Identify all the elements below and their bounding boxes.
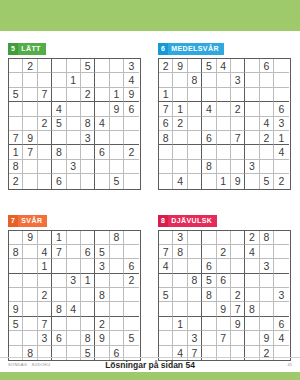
sudoku-cell (245, 145, 259, 159)
sudoku-cell: 7 (9, 131, 23, 145)
sudoku-cell: 6 (124, 259, 138, 273)
sudoku-cell (274, 231, 288, 245)
sudoku-cell: 2 (38, 288, 52, 302)
sudoku-cell (52, 131, 66, 145)
sudoku-cell (9, 231, 23, 245)
sudoku-cell (231, 145, 245, 159)
sudoku-cell (173, 131, 187, 145)
sudoku-cell: 6 (159, 117, 173, 131)
sudoku-cell: 8 (110, 231, 124, 245)
sudoku-cell: 1 (159, 88, 173, 102)
sudoku-cell: 2 (260, 131, 274, 145)
sudoku-cell: 4 (260, 117, 274, 131)
sudoku-board-medelsvar: 295468317142662438672148341952 (158, 58, 291, 190)
sudoku-cell: 3 (67, 160, 81, 174)
sudoku-cell (52, 59, 66, 73)
sudoku-cell (188, 231, 202, 245)
sudoku-cell: 7 (231, 131, 245, 145)
difficulty-number: 8 (158, 215, 168, 227)
sudoku-cell: 8 (260, 231, 274, 245)
sudoku-cell: 5 (202, 59, 216, 73)
sudoku-cell: 5 (110, 174, 124, 188)
sudoku-cell (173, 73, 187, 87)
sudoku-cell: 2 (9, 174, 23, 188)
sudoku-cell (52, 160, 66, 174)
sudoku-cell (124, 160, 138, 174)
sudoku-cell: 4 (274, 331, 288, 345)
sudoku-cell (202, 117, 216, 131)
sudoku-cell (124, 288, 138, 302)
sudoku-cell (159, 317, 173, 331)
sudoku-cell (67, 259, 81, 273)
sudoku-cell: 1 (52, 231, 66, 245)
solutions-reference-text: Lösningar på sidan 54 (0, 360, 300, 370)
sudoku-cell: 9 (23, 131, 37, 145)
sudoku-cell: 4 (38, 245, 52, 259)
sudoku-cell (274, 259, 288, 273)
sudoku-cell: 8 (188, 73, 202, 87)
sudoku-cell (260, 160, 274, 174)
sudoku-cell: 5 (9, 88, 23, 102)
sudoku-cell: 6 (95, 145, 109, 159)
sudoku-cell (110, 117, 124, 131)
sudoku-cell (110, 245, 124, 259)
sudoku-cell: 4 (217, 59, 231, 73)
sudoku-cell: 2 (95, 317, 109, 331)
sudoku-cell: 3 (124, 59, 138, 73)
sudoku-cell (67, 174, 81, 188)
sudoku-cell (202, 245, 216, 259)
sudoku-cell (217, 131, 231, 145)
sudoku-cell: 6 (52, 174, 66, 188)
difficulty-badge-djavulsk: 8 DJÄVULSK (158, 215, 217, 227)
difficulty-label: LÄTT (18, 43, 45, 55)
sudoku-cell (260, 245, 274, 259)
sudoku-cell (67, 131, 81, 145)
sudoku-cell (231, 160, 245, 174)
sudoku-cell: 7 (159, 245, 173, 259)
sudoku-cell (38, 302, 52, 316)
sudoku-cell (188, 88, 202, 102)
sudoku-cell: 5 (95, 245, 109, 259)
sudoku-cell (159, 160, 173, 174)
sudoku-cell (9, 274, 23, 288)
sudoku-cell: 6 (274, 102, 288, 116)
sudoku-cell: 6 (202, 131, 216, 145)
sudoku-cell (23, 88, 37, 102)
sudoku-cell (67, 245, 81, 259)
sudoku-cell (217, 145, 231, 159)
sudoku-cell (188, 145, 202, 159)
sudoku-cell (23, 245, 37, 259)
sudoku-cell (124, 174, 138, 188)
sudoku-cell (173, 288, 187, 302)
sudoku-cell (159, 331, 173, 345)
difficulty-label: DJÄVULSK (168, 215, 217, 227)
sudoku-cell (188, 288, 202, 302)
sudoku-cell: 4 (274, 145, 288, 159)
sudoku-cell (245, 259, 259, 273)
sudoku-cell (245, 274, 259, 288)
sudoku-cell (231, 259, 245, 273)
sudoku-cell: 2 (124, 145, 138, 159)
puzzle-latt: 5 LÄTT 253145721949625847931786283265 (8, 37, 141, 190)
sudoku-cell: 3 (231, 73, 245, 87)
sudoku-cell: 4 (245, 245, 259, 259)
sudoku-cell: 3 (274, 117, 288, 131)
sudoku-cell: 4 (124, 73, 138, 87)
sudoku-cell (159, 274, 173, 288)
sudoku-cell (110, 302, 124, 316)
sudoku-cell: 5 (9, 317, 23, 331)
sudoku-cell (23, 317, 37, 331)
sudoku-cell (95, 73, 109, 87)
sudoku-cell (173, 331, 187, 345)
sudoku-cell (38, 274, 52, 288)
sudoku-cell (110, 274, 124, 288)
sudoku-cell (217, 259, 231, 273)
sudoku-cell (38, 131, 52, 145)
sudoku-cell (95, 160, 109, 174)
sudoku-cell (95, 302, 109, 316)
sudoku-cell: 2 (217, 245, 231, 259)
sudoku-cell (245, 88, 259, 102)
sudoku-cell (202, 231, 216, 245)
difficulty-number: 5 (8, 43, 18, 55)
sudoku-cell (217, 88, 231, 102)
page-footer: SÖNDAG · SUDOKU Lösningar på sidan 54 41 (0, 357, 300, 372)
sudoku-cell (81, 145, 95, 159)
sudoku-cell: 1 (67, 73, 81, 87)
sudoku-cell: 7 (52, 245, 66, 259)
sudoku-cell (81, 259, 95, 273)
sudoku-cell (38, 174, 52, 188)
sudoku-cell: 1 (38, 259, 52, 273)
difficulty-badge-latt: 5 LÄTT (8, 43, 46, 55)
sudoku-cell (245, 117, 259, 131)
sudoku-cell (110, 160, 124, 174)
sudoku-cell: 6 (81, 245, 95, 259)
sudoku-cell (110, 131, 124, 145)
sudoku-cell (95, 88, 109, 102)
sudoku-cell: 4 (173, 174, 187, 188)
sudoku-cell (110, 145, 124, 159)
sudoku-cell (67, 59, 81, 73)
sudoku-cell: 1 (173, 102, 187, 116)
sudoku-cell (202, 302, 216, 316)
sudoku-cell: 6 (260, 59, 274, 73)
sudoku-cell: 4 (67, 302, 81, 316)
sudoku-cell: 8 (202, 288, 216, 302)
sudoku-cell (159, 73, 173, 87)
sudoku-cell: 5 (81, 59, 95, 73)
sudoku-cell (188, 245, 202, 259)
sudoku-cell (188, 160, 202, 174)
sudoku-cell: 1 (217, 174, 231, 188)
sudoku-cell: 3 (173, 231, 187, 245)
sudoku-cell: 8 (81, 117, 95, 131)
sudoku-cell (124, 317, 138, 331)
puzzle-grid-area: 5 LÄTT 253145721949625847931786283265 6 … (8, 37, 292, 380)
sudoku-cell (81, 102, 95, 116)
sudoku-cell (95, 274, 109, 288)
sudoku-cell (9, 117, 23, 131)
sudoku-cell (23, 174, 37, 188)
difficulty-label: MEDELSVÅR (168, 43, 224, 55)
sudoku-cell (245, 288, 259, 302)
sudoku-cell: 9 (23, 231, 37, 245)
sudoku-cell (52, 274, 66, 288)
sudoku-cell: 8 (9, 245, 23, 259)
sudoku-cell (52, 73, 66, 87)
sudoku-cell: 5 (52, 117, 66, 131)
sudoku-cell: 8 (188, 274, 202, 288)
sudoku-cell (23, 274, 37, 288)
sudoku-cell (188, 102, 202, 116)
sudoku-cell (23, 302, 37, 316)
sudoku-cell: 3 (274, 288, 288, 302)
puzzle-medelsvar: 6 MEDELSVÅR 2954683171426624386721483419… (158, 37, 291, 190)
top-color-band (0, 0, 300, 31)
sudoku-cell (81, 317, 95, 331)
sudoku-cell: 9 (231, 317, 245, 331)
sudoku-cell (67, 88, 81, 102)
sudoku-cell (52, 88, 66, 102)
sudoku-cell (260, 88, 274, 102)
sudoku-cell: 9 (260, 331, 274, 345)
difficulty-label: SVÅR (18, 215, 47, 227)
sudoku-cell (217, 231, 231, 245)
sudoku-cell (110, 317, 124, 331)
sudoku-cell: 6 (217, 274, 231, 288)
sudoku-cell (274, 73, 288, 87)
sudoku-cell: 2 (173, 117, 187, 131)
sudoku-cell (245, 102, 259, 116)
sudoku-cell (274, 59, 288, 73)
sudoku-cell (231, 331, 245, 345)
sudoku-cell: 7 (217, 331, 231, 345)
sudoku-cell (231, 117, 245, 131)
sudoku-cell: 5 (124, 331, 138, 345)
sudoku-cell (110, 288, 124, 302)
sudoku-cell (38, 59, 52, 73)
sudoku-cell: 8 (173, 245, 187, 259)
sudoku-cell (95, 131, 109, 145)
sudoku-cell (260, 73, 274, 87)
sudoku-cell: 2 (245, 231, 259, 245)
puzzle-svar: 7 SVÅR 918847651363122898457236895856 (8, 209, 141, 362)
sudoku-cell (173, 160, 187, 174)
sudoku-cell: 4 (95, 117, 109, 131)
sudoku-cell: 7 (23, 145, 37, 159)
sudoku-cell (260, 317, 274, 331)
sudoku-cell: 1 (274, 131, 288, 145)
sudoku-cell (124, 231, 138, 245)
sudoku-cell: 3 (95, 259, 109, 273)
magazine-sudoku-page: 5 LÄTT 253145721949625847931786283265 6 … (0, 0, 300, 380)
sudoku-cell (52, 288, 66, 302)
sudoku-cell (23, 259, 37, 273)
sudoku-cell (9, 288, 23, 302)
sudoku-cell (23, 331, 37, 345)
sudoku-cell (231, 88, 245, 102)
sudoku-cell (217, 73, 231, 87)
sudoku-cell (188, 131, 202, 145)
sudoku-cell (260, 102, 274, 116)
sudoku-cell: 8 (52, 145, 66, 159)
sudoku-cell: 7 (159, 102, 173, 116)
sudoku-cell: 9 (173, 59, 187, 73)
sudoku-cell: 5 (260, 174, 274, 188)
sudoku-cell: 5 (159, 288, 173, 302)
sudoku-cell: 2 (38, 117, 52, 131)
sudoku-cell (81, 288, 95, 302)
sudoku-cell (245, 331, 259, 345)
sudoku-cell (95, 231, 109, 245)
sudoku-cell: 2 (231, 102, 245, 116)
puzzle-djavulsk: 8 DJÄVULSK 32878244638565823978196379447… (158, 209, 291, 362)
sudoku-cell: 2 (81, 88, 95, 102)
sudoku-cell: 8 (159, 131, 173, 145)
sudoku-cell (110, 59, 124, 73)
sudoku-cell: 9 (110, 102, 124, 116)
sudoku-cell: 9 (95, 331, 109, 345)
sudoku-cell (188, 117, 202, 131)
sudoku-cell (274, 274, 288, 288)
sudoku-cell: 2 (159, 59, 173, 73)
sudoku-cell (231, 231, 245, 245)
sudoku-cell (159, 174, 173, 188)
sudoku-cell: 8 (9, 160, 23, 174)
sudoku-cell (38, 102, 52, 116)
sudoku-cell (173, 302, 187, 316)
difficulty-badge-medelsvar: 6 MEDELSVÅR (158, 43, 224, 55)
sudoku-cell (260, 288, 274, 302)
sudoku-cell: 3 (260, 259, 274, 273)
sudoku-cell: 4 (159, 259, 173, 273)
sudoku-cell (202, 145, 216, 159)
sudoku-cell (245, 59, 259, 73)
difficulty-number: 7 (8, 215, 18, 227)
sudoku-board-svar: 918847651363122898457236895856 (8, 230, 141, 362)
sudoku-cell (81, 231, 95, 245)
sudoku-cell (110, 259, 124, 273)
sudoku-cell: 4 (202, 102, 216, 116)
sudoku-cell (81, 174, 95, 188)
sudoku-cell (23, 102, 37, 116)
sudoku-cell (110, 331, 124, 345)
sudoku-cell (159, 231, 173, 245)
sudoku-cell (38, 145, 52, 159)
sudoku-cell: 5 (202, 274, 216, 288)
sudoku-cell: 2 (231, 288, 245, 302)
sudoku-cell (173, 88, 187, 102)
sudoku-cell (159, 145, 173, 159)
sudoku-cell (52, 259, 66, 273)
sudoku-cell (245, 131, 259, 145)
sudoku-cell (217, 160, 231, 174)
sudoku-cell (274, 160, 288, 174)
sudoku-cell (245, 174, 259, 188)
sudoku-cell (188, 174, 202, 188)
sudoku-cell (67, 102, 81, 116)
sudoku-cell (110, 73, 124, 87)
sudoku-cell: 4 (52, 102, 66, 116)
sudoku-cell (217, 102, 231, 116)
sudoku-cell (124, 245, 138, 259)
sudoku-cell (67, 317, 81, 331)
sudoku-board-djavulsk: 328782446385658239781963794472 (158, 230, 291, 362)
sudoku-cell: 9 (9, 302, 23, 316)
sudoku-cell: 1 (9, 145, 23, 159)
sudoku-cell: 6 (274, 317, 288, 331)
sudoku-cell (188, 302, 202, 316)
sudoku-cell: 1 (110, 88, 124, 102)
sudoku-cell (260, 145, 274, 159)
sudoku-cell (173, 145, 187, 159)
sudoku-cell: 3 (245, 160, 259, 174)
sudoku-cell (245, 317, 259, 331)
sudoku-cell (231, 274, 245, 288)
sudoku-cell (202, 174, 216, 188)
sudoku-cell: 3 (38, 331, 52, 345)
sudoku-cell (231, 245, 245, 259)
sudoku-cell: 8 (81, 331, 95, 345)
sudoku-cell (81, 73, 95, 87)
sudoku-cell (9, 73, 23, 87)
sudoku-cell: 7 (38, 88, 52, 102)
sudoku-cell: 8 (52, 302, 66, 316)
sudoku-cell: 3 (188, 331, 202, 345)
sudoku-cell (124, 302, 138, 316)
sudoku-cell: 2 (274, 174, 288, 188)
sudoku-cell (38, 73, 52, 87)
sudoku-cell (173, 259, 187, 273)
sudoku-cell (173, 274, 187, 288)
sudoku-cell (159, 302, 173, 316)
sudoku-cell: 2 (124, 274, 138, 288)
page-number: 41 (288, 362, 292, 367)
bottom-color-band (0, 372, 300, 380)
sudoku-cell (188, 259, 202, 273)
sudoku-cell (217, 317, 231, 331)
sudoku-cell: 9 (217, 302, 231, 316)
sudoku-cell: 8 (202, 160, 216, 174)
sudoku-cell (23, 160, 37, 174)
sudoku-cell: 8 (245, 302, 259, 316)
sudoku-cell (9, 59, 23, 73)
sudoku-cell (245, 73, 259, 87)
sudoku-cell (124, 131, 138, 145)
sudoku-cell (52, 317, 66, 331)
sudoku-cell (274, 88, 288, 102)
sudoku-cell (95, 174, 109, 188)
sudoku-cell (217, 117, 231, 131)
sudoku-cell: 6 (52, 331, 66, 345)
sudoku-cell (217, 288, 231, 302)
sudoku-cell: 9 (124, 88, 138, 102)
sudoku-cell (274, 302, 288, 316)
sudoku-cell (274, 245, 288, 259)
sudoku-cell (23, 288, 37, 302)
sudoku-cell (260, 302, 274, 316)
sudoku-cell (67, 331, 81, 345)
sudoku-cell: 7 (231, 302, 245, 316)
sudoku-cell: 1 (81, 274, 95, 288)
sudoku-cell (9, 259, 23, 273)
sudoku-cell: 6 (124, 102, 138, 116)
sudoku-cell (38, 231, 52, 245)
